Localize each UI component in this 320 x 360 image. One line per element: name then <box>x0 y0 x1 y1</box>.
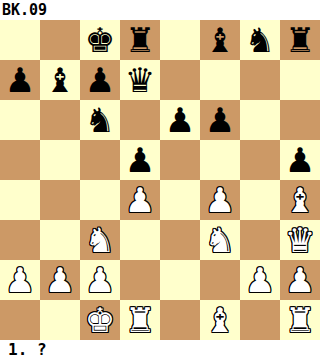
square-e8[interactable] <box>160 20 200 60</box>
square-g8[interactable]: ♞ <box>240 20 280 60</box>
black-queen[interactable]: ♛ <box>120 60 160 100</box>
square-e7[interactable] <box>160 60 200 100</box>
white-knight[interactable]: ♞ <box>200 220 240 260</box>
square-f8[interactable]: ♝ <box>200 20 240 60</box>
square-f5[interactable] <box>200 140 240 180</box>
square-b8[interactable] <box>40 20 80 60</box>
black-knight[interactable]: ♞ <box>80 100 120 140</box>
white-pawn[interactable]: ♟ <box>200 180 240 220</box>
square-a2[interactable]: ♟ <box>0 260 40 300</box>
square-b2[interactable]: ♟ <box>40 260 80 300</box>
square-d6[interactable] <box>120 100 160 140</box>
black-pawn[interactable]: ♟ <box>120 140 160 180</box>
square-c5[interactable] <box>80 140 120 180</box>
square-d4[interactable]: ♟ <box>120 180 160 220</box>
black-rook[interactable]: ♜ <box>120 20 160 60</box>
square-c6[interactable]: ♞ <box>80 100 120 140</box>
white-pawn[interactable]: ♟ <box>120 180 160 220</box>
square-e5[interactable] <box>160 140 200 180</box>
square-f3[interactable]: ♞ <box>200 220 240 260</box>
square-e1[interactable] <box>160 300 200 340</box>
square-f6[interactable]: ♟ <box>200 100 240 140</box>
square-g3[interactable] <box>240 220 280 260</box>
square-h6[interactable] <box>280 100 320 140</box>
white-pawn[interactable]: ♟ <box>280 260 320 300</box>
square-f4[interactable]: ♟ <box>200 180 240 220</box>
square-e6[interactable]: ♟ <box>160 100 200 140</box>
black-pawn[interactable]: ♟ <box>160 100 200 140</box>
square-d5[interactable]: ♟ <box>120 140 160 180</box>
square-g7[interactable] <box>240 60 280 100</box>
black-knight[interactable]: ♞ <box>240 20 280 60</box>
square-e2[interactable] <box>160 260 200 300</box>
white-bishop[interactable]: ♝ <box>280 180 320 220</box>
white-rook[interactable]: ♜ <box>120 300 160 340</box>
black-pawn[interactable]: ♟ <box>200 100 240 140</box>
white-king[interactable]: ♚ <box>80 300 120 340</box>
black-bishop[interactable]: ♝ <box>200 20 240 60</box>
square-a4[interactable] <box>0 180 40 220</box>
square-h3[interactable]: ♛ <box>280 220 320 260</box>
black-pawn[interactable]: ♟ <box>0 60 40 100</box>
move-prompt: 1. ? <box>0 340 320 360</box>
square-g5[interactable] <box>240 140 280 180</box>
white-knight[interactable]: ♞ <box>80 220 120 260</box>
square-a5[interactable] <box>0 140 40 180</box>
square-e3[interactable] <box>160 220 200 260</box>
white-bishop[interactable]: ♝ <box>200 300 240 340</box>
square-c8[interactable]: ♚ <box>80 20 120 60</box>
square-d2[interactable] <box>120 260 160 300</box>
square-a8[interactable] <box>0 20 40 60</box>
black-rook[interactable]: ♜ <box>280 20 320 60</box>
white-pawn[interactable]: ♟ <box>40 260 80 300</box>
white-pawn[interactable]: ♟ <box>80 260 120 300</box>
square-a3[interactable] <box>0 220 40 260</box>
square-c2[interactable]: ♟ <box>80 260 120 300</box>
black-king[interactable]: ♚ <box>80 20 120 60</box>
square-d8[interactable]: ♜ <box>120 20 160 60</box>
square-d1[interactable]: ♜ <box>120 300 160 340</box>
square-a7[interactable]: ♟ <box>0 60 40 100</box>
square-h5[interactable]: ♟ <box>280 140 320 180</box>
square-h7[interactable] <box>280 60 320 100</box>
square-h4[interactable]: ♝ <box>280 180 320 220</box>
square-g6[interactable] <box>240 100 280 140</box>
diagram-label: BK.09 <box>0 0 320 20</box>
square-g2[interactable]: ♟ <box>240 260 280 300</box>
square-a6[interactable] <box>0 100 40 140</box>
square-g1[interactable] <box>240 300 280 340</box>
square-c3[interactable]: ♞ <box>80 220 120 260</box>
black-pawn[interactable]: ♟ <box>280 140 320 180</box>
square-f2[interactable] <box>200 260 240 300</box>
square-b6[interactable] <box>40 100 80 140</box>
black-bishop[interactable]: ♝ <box>40 60 80 100</box>
square-g4[interactable] <box>240 180 280 220</box>
square-b1[interactable] <box>40 300 80 340</box>
white-rook[interactable]: ♜ <box>280 300 320 340</box>
square-d7[interactable]: ♛ <box>120 60 160 100</box>
white-pawn[interactable]: ♟ <box>240 260 280 300</box>
square-c4[interactable] <box>80 180 120 220</box>
white-pawn[interactable]: ♟ <box>0 260 40 300</box>
square-h2[interactable]: ♟ <box>280 260 320 300</box>
square-h8[interactable]: ♜ <box>280 20 320 60</box>
square-h1[interactable]: ♜ <box>280 300 320 340</box>
square-d3[interactable] <box>120 220 160 260</box>
square-f1[interactable]: ♝ <box>200 300 240 340</box>
square-c1[interactable]: ♚ <box>80 300 120 340</box>
chess-diagram: BK.09 ♚♜♝♞♜♟♝♟♛♞♟♟♟♟♟♟♝♞♞♛♟♟♟♟♟♚♜♝♜ 1. ? <box>0 0 320 360</box>
square-b3[interactable] <box>40 220 80 260</box>
square-b4[interactable] <box>40 180 80 220</box>
black-pawn[interactable]: ♟ <box>80 60 120 100</box>
chess-board: ♚♜♝♞♜♟♝♟♛♞♟♟♟♟♟♟♝♞♞♛♟♟♟♟♟♚♜♝♜ <box>0 20 320 340</box>
square-f7[interactable] <box>200 60 240 100</box>
square-b5[interactable] <box>40 140 80 180</box>
square-b7[interactable]: ♝ <box>40 60 80 100</box>
square-c7[interactable]: ♟ <box>80 60 120 100</box>
square-e4[interactable] <box>160 180 200 220</box>
white-queen[interactable]: ♛ <box>280 220 320 260</box>
square-a1[interactable] <box>0 300 40 340</box>
